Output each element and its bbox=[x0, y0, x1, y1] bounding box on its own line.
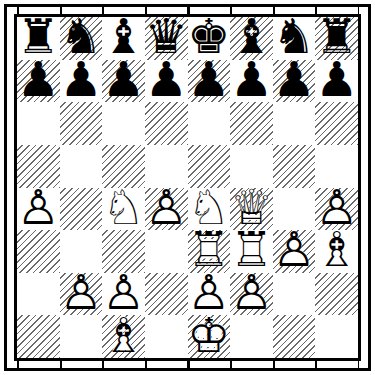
square-b5[interactable] bbox=[60, 145, 103, 188]
square-d1[interactable] bbox=[145, 315, 188, 358]
square-g2[interactable] bbox=[273, 273, 316, 316]
square-f6[interactable] bbox=[230, 102, 273, 145]
square-b1[interactable] bbox=[60, 315, 103, 358]
square-h2[interactable] bbox=[315, 273, 358, 316]
black-pawn-icon: ♟ bbox=[145, 60, 188, 103]
square-d2[interactable] bbox=[145, 273, 188, 316]
square-a7[interactable]: ♟ bbox=[17, 60, 60, 103]
square-b4[interactable] bbox=[60, 188, 103, 231]
white-pawn-icon: ♟♙ bbox=[145, 188, 188, 231]
square-a2[interactable] bbox=[17, 273, 60, 316]
white-bishop-icon: ♝♗ bbox=[315, 230, 358, 273]
square-a6[interactable] bbox=[17, 102, 60, 145]
square-c4[interactable]: ♞♘ bbox=[102, 188, 145, 231]
square-g3[interactable]: ♟♙ bbox=[273, 230, 316, 273]
square-e1[interactable]: ♚♔ bbox=[188, 315, 231, 358]
black-pawn-icon: ♟ bbox=[60, 60, 103, 103]
white-pawn-icon: ♟♙ bbox=[60, 273, 103, 316]
square-c6[interactable] bbox=[102, 102, 145, 145]
white-pawn-icon: ♟♙ bbox=[273, 230, 316, 273]
square-h7[interactable]: ♟ bbox=[315, 60, 358, 103]
square-e7[interactable]: ♟ bbox=[188, 60, 231, 103]
square-h3[interactable]: ♝♗ bbox=[315, 230, 358, 273]
square-b2[interactable]: ♟♙ bbox=[60, 273, 103, 316]
chess-board: ♜♞♝♛♚♝♞♜♟♟♟♟♟♟♟♟♟♙♞♘♟♙♞♘♛♕♟♙♜♖♜♖♟♙♝♗♟♙♟♙… bbox=[17, 17, 358, 358]
square-f7[interactable]: ♟ bbox=[230, 60, 273, 103]
square-g6[interactable] bbox=[273, 102, 316, 145]
black-pawn-icon: ♟ bbox=[273, 60, 316, 103]
white-king-icon: ♚♔ bbox=[188, 315, 231, 358]
white-bishop-icon: ♝♗ bbox=[102, 315, 145, 358]
square-b6[interactable] bbox=[60, 102, 103, 145]
square-c1[interactable]: ♝♗ bbox=[102, 315, 145, 358]
square-h6[interactable] bbox=[315, 102, 358, 145]
white-pawn-icon: ♟♙ bbox=[17, 188, 60, 231]
square-d4[interactable]: ♟♙ bbox=[145, 188, 188, 231]
black-pawn-icon: ♟ bbox=[102, 60, 145, 103]
square-b7[interactable]: ♟ bbox=[60, 60, 103, 103]
black-pawn-icon: ♟ bbox=[17, 60, 60, 103]
black-pawn-icon: ♟ bbox=[188, 60, 231, 103]
square-d3[interactable] bbox=[145, 230, 188, 273]
square-d6[interactable] bbox=[145, 102, 188, 145]
black-pawn-icon: ♟ bbox=[230, 60, 273, 103]
square-f2[interactable]: ♟♙ bbox=[230, 273, 273, 316]
square-a3[interactable] bbox=[17, 230, 60, 273]
black-pawn-icon: ♟ bbox=[315, 60, 358, 103]
chess-diagram: ♜♞♝♛♚♝♞♜♟♟♟♟♟♟♟♟♟♙♞♘♟♙♞♘♛♕♟♙♜♖♜♖♟♙♝♗♟♙♟♙… bbox=[0, 0, 375, 375]
square-e6[interactable] bbox=[188, 102, 231, 145]
square-a1[interactable] bbox=[17, 315, 60, 358]
square-d7[interactable]: ♟ bbox=[145, 60, 188, 103]
square-f1[interactable] bbox=[230, 315, 273, 358]
square-g1[interactable] bbox=[273, 315, 316, 358]
square-a4[interactable]: ♟♙ bbox=[17, 188, 60, 231]
square-g7[interactable]: ♟ bbox=[273, 60, 316, 103]
white-knight-icon: ♞♘ bbox=[102, 188, 145, 231]
square-h1[interactable] bbox=[315, 315, 358, 358]
square-c7[interactable]: ♟ bbox=[102, 60, 145, 103]
square-g5[interactable] bbox=[273, 145, 316, 188]
white-pawn-icon: ♟♙ bbox=[230, 273, 273, 316]
